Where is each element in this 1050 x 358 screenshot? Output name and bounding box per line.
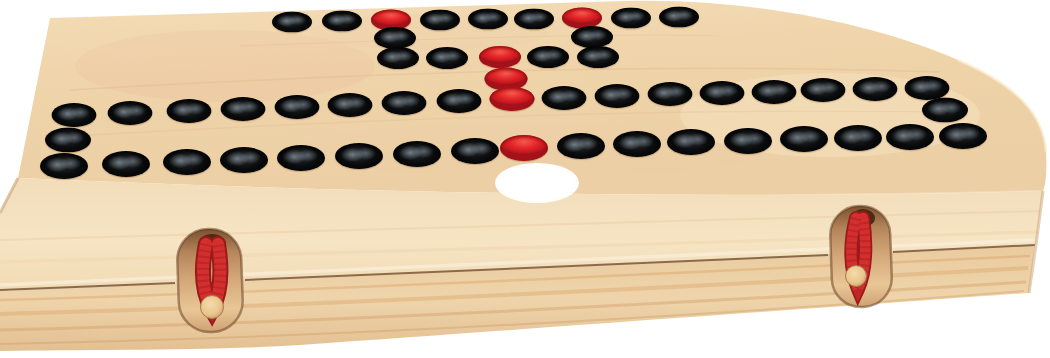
product-photo-stage	[0, 0, 1050, 358]
wood-grain-tint	[310, 14, 550, 50]
left-clasp-peg	[201, 296, 224, 319]
right-clasp-peg	[846, 266, 867, 287]
box-lid-top-face	[18, 1, 1046, 196]
left-clasp	[176, 228, 244, 333]
right-clasp	[829, 205, 892, 308]
wooden-box	[0, 0, 1050, 358]
wood-grain-tint	[680, 73, 980, 157]
